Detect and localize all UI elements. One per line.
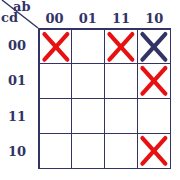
red-x-mark [138,134,170,168]
col-header-ab00: 00 [38,12,72,25]
col-header-ab11: 11 [104,12,138,25]
cell-ab11-cd11[interactable] [105,99,137,133]
navy-x-mark [138,30,170,64]
cell-ab11-cd00[interactable] [105,30,137,64]
cell-ab01-cd11[interactable] [72,99,104,133]
col-header-ab01: 01 [71,12,105,25]
cell-ab00-cd11[interactable] [40,99,72,133]
cell-ab01-cd10[interactable] [72,134,104,168]
cell-ab10-cd00[interactable] [138,30,170,64]
cell-ab00-cd10[interactable] [40,134,72,168]
karnaugh-map: ab cd 00011110 00011110 [0,0,180,180]
cell-ab10-cd01[interactable] [138,64,170,98]
cell-ab00-cd00[interactable] [40,30,72,64]
red-x-mark [138,64,170,98]
row-header-cd10: 10 [2,145,32,158]
red-x-mark [40,30,72,64]
col-header-ab10: 10 [137,12,171,25]
cell-ab01-cd00[interactable] [72,30,104,64]
cell-ab01-cd01[interactable] [72,64,104,98]
cell-ab10-cd11[interactable] [138,99,170,133]
row-header-cd11: 11 [2,110,32,123]
cell-ab00-cd01[interactable] [40,64,72,98]
cell-ab11-cd01[interactable] [105,64,137,98]
row-header-cd00: 00 [2,39,32,52]
red-x-mark [105,30,137,64]
kmap-grid [38,28,171,169]
cell-ab10-cd10[interactable] [138,134,170,168]
row-header-cd01: 01 [2,74,32,87]
row-variables-label: cd [1,11,18,24]
cell-ab11-cd10[interactable] [105,134,137,168]
